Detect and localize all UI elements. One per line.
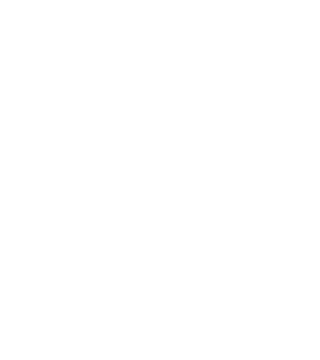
- title-bar: [0, 0, 320, 16]
- chess-puzzle-app: [0, 0, 320, 360]
- move-prompt-bar: [0, 336, 320, 360]
- chess-board: [0, 16, 320, 336]
